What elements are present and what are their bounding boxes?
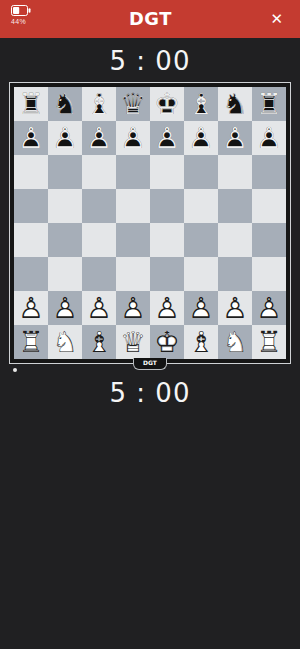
piece-black-pawn: ♟♙ xyxy=(14,121,48,155)
app-screen: 44% DGT ✕ 5 : 00 ♜♖♞♘♝♗♛♕♚♔♝♗♞♘♜♖♟♙♟♙♟♙♟… xyxy=(0,0,300,649)
pawn-glyph-outline: ♙ xyxy=(218,121,252,155)
piece-black-pawn: ♟♙ xyxy=(116,121,150,155)
square-g4[interactable] xyxy=(218,223,252,257)
bishop-glyph-fill: ♝ xyxy=(82,325,116,359)
square-c7[interactable]: ♟♙ xyxy=(82,121,116,155)
knight-glyph-fill: ♞ xyxy=(218,87,252,121)
piece-white-rook: ♜♖ xyxy=(252,325,286,359)
square-f4[interactable] xyxy=(184,223,218,257)
square-b7[interactable]: ♟♙ xyxy=(48,121,82,155)
battery-icon xyxy=(11,5,31,16)
square-d2[interactable]: ♟♙ xyxy=(116,291,150,325)
rook-glyph-fill: ♜ xyxy=(252,325,286,359)
pawn-glyph-fill: ♟ xyxy=(150,291,184,325)
rook-glyph-outline: ♖ xyxy=(252,87,286,121)
square-e5[interactable] xyxy=(150,189,184,223)
square-g5[interactable] xyxy=(218,189,252,223)
square-g8[interactable]: ♞♘ xyxy=(218,87,252,121)
pawn-glyph-fill: ♟ xyxy=(218,121,252,155)
pawn-glyph-outline: ♙ xyxy=(184,291,218,325)
pawn-glyph-outline: ♙ xyxy=(82,121,116,155)
queen-glyph-fill: ♛ xyxy=(116,87,150,121)
square-h7[interactable]: ♟♙ xyxy=(252,121,286,155)
pawn-glyph-outline: ♙ xyxy=(184,121,218,155)
pawn-glyph-outline: ♙ xyxy=(82,291,116,325)
square-d5[interactable] xyxy=(116,189,150,223)
square-e6[interactable] xyxy=(150,155,184,189)
pawn-glyph-outline: ♙ xyxy=(14,291,48,325)
square-a4[interactable] xyxy=(14,223,48,257)
queen-glyph-outline: ♕ xyxy=(116,325,150,359)
bishop-glyph-fill: ♝ xyxy=(184,87,218,121)
pawn-glyph-outline: ♙ xyxy=(116,121,150,155)
rook-glyph-fill: ♜ xyxy=(14,87,48,121)
piece-white-rook: ♜♖ xyxy=(14,325,48,359)
pawn-glyph-outline: ♙ xyxy=(252,121,286,155)
square-h5[interactable] xyxy=(252,189,286,223)
square-c6[interactable] xyxy=(82,155,116,189)
square-h6[interactable] xyxy=(252,155,286,189)
pawn-glyph-fill: ♟ xyxy=(48,121,82,155)
header-bar: 44% DGT ✕ xyxy=(0,0,300,38)
knight-glyph-fill: ♞ xyxy=(218,325,252,359)
square-d1[interactable]: ♛♕ xyxy=(116,325,150,359)
piece-white-pawn: ♟♙ xyxy=(150,291,184,325)
piece-white-pawn: ♟♙ xyxy=(48,291,82,325)
queen-glyph-fill: ♛ xyxy=(116,325,150,359)
pawn-glyph-outline: ♙ xyxy=(218,291,252,325)
queen-glyph-outline: ♕ xyxy=(116,87,150,121)
rook-glyph-outline: ♖ xyxy=(252,325,286,359)
piece-black-pawn: ♟♙ xyxy=(82,121,116,155)
close-button[interactable]: ✕ xyxy=(266,10,287,29)
square-d4[interactable] xyxy=(116,223,150,257)
piece-black-rook: ♜♖ xyxy=(252,87,286,121)
piece-white-bishop: ♝♗ xyxy=(82,325,116,359)
square-e8[interactable]: ♚♔ xyxy=(150,87,184,121)
king-glyph-fill: ♚ xyxy=(150,325,184,359)
piece-white-knight: ♞♘ xyxy=(48,325,82,359)
piece-white-king: ♚♔ xyxy=(150,325,184,359)
square-b2[interactable]: ♟♙ xyxy=(48,291,82,325)
piece-black-queen: ♛♕ xyxy=(116,87,150,121)
piece-white-pawn: ♟♙ xyxy=(116,291,150,325)
pawn-glyph-outline: ♙ xyxy=(116,291,150,325)
board-frame: ♜♖♞♘♝♗♛♕♚♔♝♗♞♘♜♖♟♙♟♙♟♙♟♙♟♙♟♙♟♙♟♙♟♙♟♙♟♙♟♙… xyxy=(9,82,291,364)
square-e2[interactable]: ♟♙ xyxy=(150,291,184,325)
bishop-glyph-outline: ♗ xyxy=(82,87,116,121)
piece-black-pawn: ♟♙ xyxy=(218,121,252,155)
pawn-glyph-fill: ♟ xyxy=(82,291,116,325)
rook-glyph-outline: ♖ xyxy=(14,325,48,359)
king-glyph-outline: ♔ xyxy=(150,87,184,121)
piece-black-bishop: ♝♗ xyxy=(82,87,116,121)
pawn-glyph-outline: ♙ xyxy=(150,291,184,325)
piece-white-pawn: ♟♙ xyxy=(82,291,116,325)
square-a2[interactable]: ♟♙ xyxy=(14,291,48,325)
square-g2[interactable]: ♟♙ xyxy=(218,291,252,325)
square-b6[interactable] xyxy=(48,155,82,189)
bishop-glyph-fill: ♝ xyxy=(184,325,218,359)
page-indicator-dot xyxy=(13,368,17,372)
board-container: ♜♖♞♘♝♗♛♕♚♔♝♗♞♘♜♖♟♙♟♙♟♙♟♙♟♙♟♙♟♙♟♙♟♙♟♙♟♙♟♙… xyxy=(9,82,291,364)
square-f8[interactable]: ♝♗ xyxy=(184,87,218,121)
square-a7[interactable]: ♟♙ xyxy=(14,121,48,155)
pawn-glyph-fill: ♟ xyxy=(48,291,82,325)
pawn-glyph-fill: ♟ xyxy=(218,291,252,325)
pawn-glyph-fill: ♟ xyxy=(14,121,48,155)
bishop-glyph-fill: ♝ xyxy=(82,87,116,121)
square-c8[interactable]: ♝♗ xyxy=(82,87,116,121)
piece-white-queen: ♛♕ xyxy=(116,325,150,359)
square-a5[interactable] xyxy=(14,189,48,223)
pawn-glyph-fill: ♟ xyxy=(184,121,218,155)
pawn-glyph-fill: ♟ xyxy=(116,291,150,325)
square-f1[interactable]: ♝♗ xyxy=(184,325,218,359)
clock-white[interactable]: 5 : 00 xyxy=(0,371,300,413)
square-h1[interactable]: ♜♖ xyxy=(252,325,286,359)
square-g7[interactable]: ♟♙ xyxy=(218,121,252,155)
square-e4[interactable] xyxy=(150,223,184,257)
battery-percent-label: 44% xyxy=(11,18,26,25)
piece-white-pawn: ♟♙ xyxy=(184,291,218,325)
pawn-glyph-outline: ♙ xyxy=(48,291,82,325)
square-c5[interactable] xyxy=(82,189,116,223)
square-f7[interactable]: ♟♙ xyxy=(184,121,218,155)
square-d8[interactable]: ♛♕ xyxy=(116,87,150,121)
square-c3[interactable] xyxy=(82,257,116,291)
square-g6[interactable] xyxy=(218,155,252,189)
bishop-glyph-outline: ♗ xyxy=(82,325,116,359)
square-b4[interactable] xyxy=(48,223,82,257)
rook-glyph-fill: ♜ xyxy=(14,325,48,359)
piece-black-knight: ♞♘ xyxy=(218,87,252,121)
piece-black-pawn: ♟♙ xyxy=(48,121,82,155)
square-a1[interactable]: ♜♖ xyxy=(14,325,48,359)
pawn-glyph-outline: ♙ xyxy=(48,121,82,155)
square-b5[interactable] xyxy=(48,189,82,223)
knight-glyph-outline: ♘ xyxy=(48,325,82,359)
pawn-glyph-fill: ♟ xyxy=(252,121,286,155)
pawn-glyph-fill: ♟ xyxy=(252,291,286,325)
square-a3[interactable] xyxy=(14,257,48,291)
square-c1[interactable]: ♝♗ xyxy=(82,325,116,359)
piece-black-king: ♚♔ xyxy=(150,87,184,121)
piece-white-pawn: ♟♙ xyxy=(218,291,252,325)
piece-white-pawn: ♟♙ xyxy=(252,291,286,325)
square-e3[interactable] xyxy=(150,257,184,291)
chess-board: ♜♖♞♘♝♗♛♕♚♔♝♗♞♘♜♖♟♙♟♙♟♙♟♙♟♙♟♙♟♙♟♙♟♙♟♙♟♙♟♙… xyxy=(14,87,286,359)
clock-black[interactable]: 5 : 00 xyxy=(0,38,300,82)
square-d6[interactable] xyxy=(116,155,150,189)
square-f2[interactable]: ♟♙ xyxy=(184,291,218,325)
square-f5[interactable] xyxy=(184,189,218,223)
piece-black-pawn: ♟♙ xyxy=(150,121,184,155)
square-c4[interactable] xyxy=(82,223,116,257)
knight-glyph-outline: ♘ xyxy=(218,87,252,121)
pawn-glyph-fill: ♟ xyxy=(14,291,48,325)
square-e7[interactable]: ♟♙ xyxy=(150,121,184,155)
dgt-logo: DGT xyxy=(129,9,172,29)
pawn-glyph-fill: ♟ xyxy=(82,121,116,155)
square-f6[interactable] xyxy=(184,155,218,189)
knight-glyph-outline: ♘ xyxy=(218,325,252,359)
king-glyph-fill: ♚ xyxy=(150,87,184,121)
pawn-glyph-fill: ♟ xyxy=(116,121,150,155)
pawn-glyph-outline: ♙ xyxy=(252,291,286,325)
rook-glyph-outline: ♖ xyxy=(14,87,48,121)
piece-white-bishop: ♝♗ xyxy=(184,325,218,359)
square-h2[interactable]: ♟♙ xyxy=(252,291,286,325)
square-e1[interactable]: ♚♔ xyxy=(150,325,184,359)
board-brand-logo: DGT xyxy=(133,358,167,370)
piece-black-knight: ♞♘ xyxy=(48,87,82,121)
knight-glyph-fill: ♞ xyxy=(48,325,82,359)
square-f3[interactable] xyxy=(184,257,218,291)
square-g3[interactable] xyxy=(218,257,252,291)
square-h4[interactable] xyxy=(252,223,286,257)
square-b3[interactable] xyxy=(48,257,82,291)
piece-black-pawn: ♟♙ xyxy=(184,121,218,155)
square-h3[interactable] xyxy=(252,257,286,291)
square-a6[interactable] xyxy=(14,155,48,189)
pawn-glyph-fill: ♟ xyxy=(150,121,184,155)
knight-glyph-fill: ♞ xyxy=(48,87,82,121)
pawn-glyph-outline: ♙ xyxy=(150,121,184,155)
piece-white-pawn: ♟♙ xyxy=(14,291,48,325)
square-d3[interactable] xyxy=(116,257,150,291)
piece-black-rook: ♜♖ xyxy=(14,87,48,121)
pawn-glyph-outline: ♙ xyxy=(14,121,48,155)
square-c2[interactable]: ♟♙ xyxy=(82,291,116,325)
square-g1[interactable]: ♞♘ xyxy=(218,325,252,359)
bishop-glyph-outline: ♗ xyxy=(184,325,218,359)
piece-white-knight: ♞♘ xyxy=(218,325,252,359)
rook-glyph-fill: ♜ xyxy=(252,87,286,121)
square-b1[interactable]: ♞♘ xyxy=(48,325,82,359)
piece-black-bishop: ♝♗ xyxy=(184,87,218,121)
bishop-glyph-outline: ♗ xyxy=(184,87,218,121)
piece-black-pawn: ♟♙ xyxy=(252,121,286,155)
battery-status: 44% xyxy=(11,5,31,25)
square-d7[interactable]: ♟♙ xyxy=(116,121,150,155)
square-b8[interactable]: ♞♘ xyxy=(48,87,82,121)
king-glyph-outline: ♔ xyxy=(150,325,184,359)
pawn-glyph-fill: ♟ xyxy=(184,291,218,325)
square-a8[interactable]: ♜♖ xyxy=(14,87,48,121)
square-h8[interactable]: ♜♖ xyxy=(252,87,286,121)
knight-glyph-outline: ♘ xyxy=(48,87,82,121)
